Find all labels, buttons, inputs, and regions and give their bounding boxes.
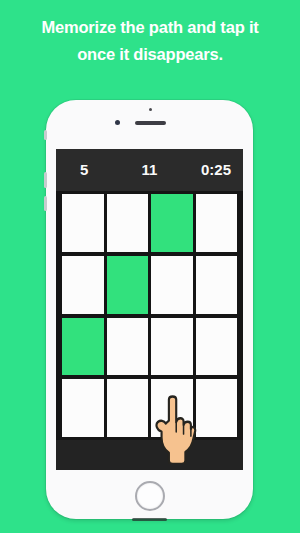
app-store-screenshot: Memorize the path and tap it once it dis… [0, 0, 300, 533]
home-button[interactable] [135, 481, 165, 511]
proximity-sensor-icon [149, 108, 152, 111]
bottom-port-line [132, 518, 167, 521]
grid-cell-r1c1[interactable] [62, 194, 104, 252]
volume-up-button [44, 172, 47, 188]
game-screen: 5 11 0:25 [56, 149, 243, 470]
tagline: Memorize the path and tap it once it dis… [0, 14, 300, 68]
earpiece-speaker-icon [135, 121, 166, 125]
grid-cell-r2c4[interactable] [196, 256, 238, 314]
iphone-frame: 5 11 0:25 [46, 100, 253, 519]
grid-cell-r3c4[interactable] [196, 318, 238, 376]
grid-cell-r4c4[interactable] [196, 379, 238, 437]
hud-bar: 5 11 0:25 [56, 149, 243, 191]
mute-switch [44, 130, 47, 140]
tagline-line1: Memorize the path and tap it [0, 14, 300, 41]
grid-cell-r2c2[interactable] [107, 256, 149, 314]
hud-timer: 0:25 [201, 149, 231, 191]
grid-cell-r4c2[interactable] [107, 379, 149, 437]
grid-cell-r3c2[interactable] [107, 318, 149, 376]
grid-cell-r1c4[interactable] [196, 194, 238, 252]
tagline-line2: once it disappears. [0, 41, 300, 68]
grid-cell-r2c1[interactable] [62, 256, 104, 314]
volume-down-button [44, 196, 47, 211]
grid-cell-r3c1[interactable] [62, 318, 104, 376]
tap-hand-icon [153, 394, 197, 464]
front-camera-icon [115, 120, 120, 125]
grid-cell-r2c3[interactable] [151, 256, 193, 314]
path-grid [56, 191, 243, 440]
grid-cell-r1c2[interactable] [107, 194, 149, 252]
grid-cell-r1c3[interactable] [151, 194, 193, 252]
grid-cell-r3c3[interactable] [151, 318, 193, 376]
grid-cell-r4c1[interactable] [62, 379, 104, 437]
